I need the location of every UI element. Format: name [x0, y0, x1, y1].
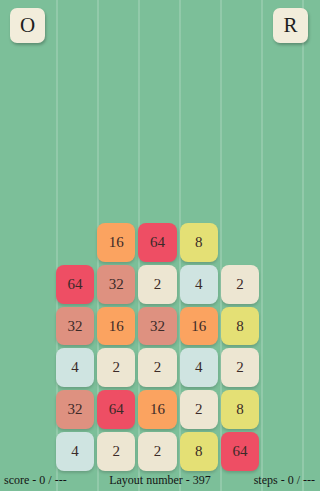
tile-64-r2c1[interactable]: 64: [56, 265, 94, 304]
empty-cell-r1c1: [56, 223, 94, 262]
tile-2-r4c3[interactable]: 2: [138, 348, 176, 387]
button-o[interactable]: O: [10, 8, 45, 43]
tile-8-r3c5[interactable]: 8: [221, 307, 259, 346]
tile-16-r3c4[interactable]: 16: [180, 307, 218, 346]
tile-4-r4c4[interactable]: 4: [180, 348, 218, 387]
tile-4-r6c1[interactable]: 4: [56, 432, 94, 471]
tile-2-r4c2[interactable]: 2: [97, 348, 135, 387]
tile-32-r3c3[interactable]: 32: [138, 307, 176, 346]
button-r[interactable]: R: [273, 8, 308, 43]
steps-text: steps - 0 / ---: [254, 473, 315, 488]
tile-4-r2c4[interactable]: 4: [180, 265, 218, 304]
tile-2-r5c4[interactable]: 2: [180, 390, 218, 429]
tile-8-r6c4[interactable]: 8: [180, 432, 218, 471]
tile-8-r5c5[interactable]: 8: [221, 390, 259, 429]
tile-64-r6c5[interactable]: 64: [221, 432, 259, 471]
tile-2-r4c5[interactable]: 2: [221, 348, 259, 387]
score-text: score - 0 / ---: [4, 473, 67, 488]
tile-16-r5c3[interactable]: 16: [138, 390, 176, 429]
tile-2-r6c2[interactable]: 2: [97, 432, 135, 471]
status-bar: score - 0 / --- Layout number - 397 step…: [0, 469, 320, 491]
tile-64-r1c3[interactable]: 64: [138, 223, 176, 262]
tile-32-r2c2[interactable]: 32: [97, 265, 135, 304]
game-board[interactable]: 1664864322423216321684224232641628422864: [56, 223, 259, 471]
tile-2-r2c3[interactable]: 2: [138, 265, 176, 304]
tile-2-r2c5[interactable]: 2: [221, 265, 259, 304]
tile-2-r6c3[interactable]: 2: [138, 432, 176, 471]
game-screen: O R 166486432242321632168422423264162842…: [0, 0, 320, 491]
tile-4-r4c1[interactable]: 4: [56, 348, 94, 387]
tile-16-r3c2[interactable]: 16: [97, 307, 135, 346]
layout-number-text: Layout number - 397: [109, 473, 211, 488]
tile-8-r1c4[interactable]: 8: [180, 223, 218, 262]
empty-cell-r1c5: [221, 223, 259, 262]
tile-64-r5c2[interactable]: 64: [97, 390, 135, 429]
tile-32-r3c1[interactable]: 32: [56, 307, 94, 346]
tile-32-r5c1[interactable]: 32: [56, 390, 94, 429]
tile-16-r1c2[interactable]: 16: [97, 223, 135, 262]
